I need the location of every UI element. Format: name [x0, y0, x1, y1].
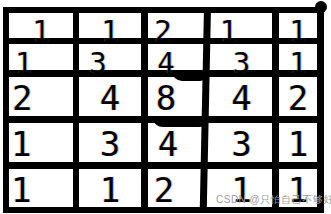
grid-cell-r1c4: 1 [279, 44, 317, 70]
grid-cell-value: 1 [11, 127, 31, 161]
grid-cell-r3c2: 4 [148, 123, 204, 162]
grid-cell-value: 1 [289, 49, 306, 78]
grid-cell-value: 1 [289, 17, 306, 46]
grid-cell-r0c3: 1 [211, 13, 272, 38]
grid-cell-r2c1: 4 [79, 77, 141, 116]
grid-cell-r4c0: 1 [9, 169, 73, 207]
grid-cell-value: 3 [89, 49, 106, 78]
grid-cell-r2c0: 2 [9, 77, 73, 116]
grid-cell-r1c2: 4 [148, 44, 204, 70]
grid-cell-value: 1 [220, 17, 237, 46]
grid-cell-value: 4 [158, 127, 178, 161]
grid-cell-r0c1: 1 [79, 13, 141, 38]
grid-cell-r4c2: 2 [148, 169, 204, 207]
grid-cell-r1c1: 3 [79, 44, 141, 70]
grid-cell-value: 2 [154, 173, 174, 207]
grid-cell-value: 8 [156, 81, 176, 115]
grid-cell-value: 1 [288, 127, 308, 161]
grid-cell-value: 1 [32, 17, 49, 46]
grid-cell-value: 3 [233, 49, 250, 78]
v-grid-line-5 [317, 7, 324, 213]
v-grid-line-4 [272, 7, 279, 213]
grid-cell-value: 2 [12, 81, 32, 115]
grid-cell-r3c4: 1 [279, 123, 317, 162]
grid-cell-r0c0: 1 [9, 13, 73, 38]
grid-cell-r0c2: 2 [148, 13, 204, 38]
grid-cell-r3c1: 3 [79, 123, 141, 162]
grid-cell-value: 1 [11, 173, 31, 207]
grid-cell-r3c0: 1 [9, 123, 73, 162]
grid-cell-value: 2 [154, 17, 171, 46]
grid-cell-r2c4: 2 [279, 77, 317, 116]
grid-cell-r3c3: 3 [211, 123, 272, 162]
grid-cell-value: 1 [101, 17, 118, 46]
corner-stroke-cap-dot [315, 1, 327, 13]
grid-cell-r1c0: 1 [9, 44, 79, 70]
grid-cell-value: 1 [100, 173, 120, 207]
grid-cell-value: 3 [231, 127, 251, 161]
grid-cell-value: 4 [157, 49, 174, 78]
grid-cell-r2c3: 4 [211, 77, 272, 116]
number-grid-board: 1121113431248421343111211 CSDN @只怕自己不够好 [0, 0, 331, 214]
grid-cell-value: 4 [231, 81, 251, 115]
grid-cell-value: 4 [100, 81, 120, 115]
grid-cell-r0c4: 1 [279, 13, 317, 38]
grid-cell-r4c1: 1 [79, 169, 141, 207]
grid-cell-r1c3: 3 [211, 44, 272, 70]
grid-cell-r2c2: 8 [148, 77, 204, 116]
watermark: CSDN @只怕自己不够好 [216, 194, 331, 205]
grid-cell-value: 1 [15, 49, 32, 78]
grid-cell-value: 2 [288, 81, 308, 115]
v-grid-line-2 [141, 7, 148, 213]
grid-cell-value: 3 [100, 127, 120, 161]
